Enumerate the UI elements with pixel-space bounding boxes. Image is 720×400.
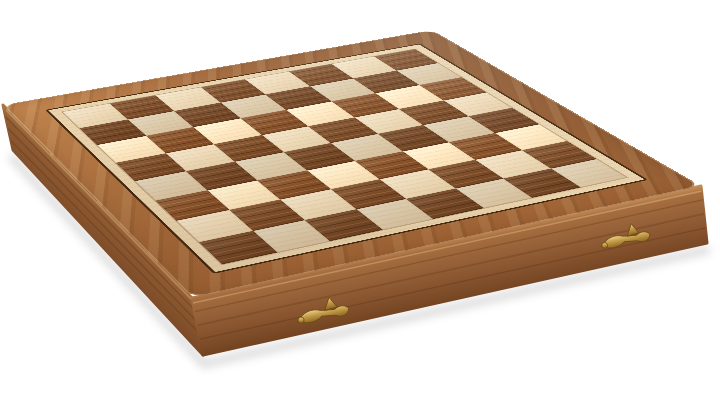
chessboard-product-photo: [0, 0, 720, 400]
